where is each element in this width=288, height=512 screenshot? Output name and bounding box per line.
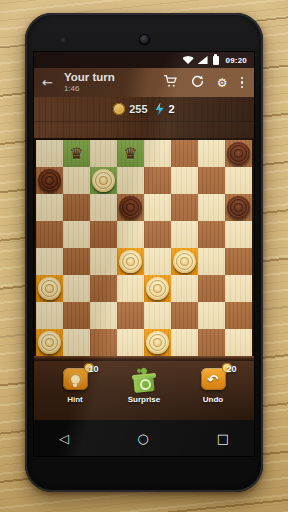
back-arrow-button[interactable]: ←	[42, 76, 53, 89]
page-title: Your turn	[64, 72, 115, 84]
hint-cost: 10	[89, 364, 99, 374]
shop-cart-icon[interactable]	[163, 74, 178, 92]
nav-recents-button[interactable]: □	[217, 432, 229, 445]
dark-piece[interactable]	[227, 196, 250, 219]
cell-r2c3[interactable]	[90, 167, 117, 194]
cell-r4c8[interactable]	[225, 221, 252, 248]
cell-r4c4[interactable]	[117, 221, 144, 248]
cell-r8c8[interactable]	[225, 329, 252, 356]
light-piece[interactable]	[146, 277, 169, 300]
cell-r6c4[interactable]	[117, 275, 144, 302]
cell-r6c6[interactable]	[171, 275, 198, 302]
cell-r5c5[interactable]	[144, 248, 171, 275]
light-piece[interactable]	[92, 169, 115, 192]
battery-icon	[213, 56, 219, 65]
cell-r2c6[interactable]	[171, 167, 198, 194]
hint-label: Hint	[67, 395, 83, 404]
undo-cost: 20	[227, 364, 237, 374]
cell-r6c1[interactable]	[36, 275, 63, 302]
cell-r5c4[interactable]	[117, 248, 144, 275]
cell-r6c5[interactable]	[144, 275, 171, 302]
cell-r5c6[interactable]	[171, 248, 198, 275]
cell-r1c5[interactable]	[144, 140, 171, 167]
dark-piece[interactable]	[38, 169, 61, 192]
wallet-row: 255 2	[34, 97, 254, 122]
cell-r3c5[interactable]	[144, 194, 171, 221]
cell-r2c2[interactable]	[63, 167, 90, 194]
surprise-gift-button[interactable]	[131, 368, 157, 392]
cell-r4c2[interactable]	[63, 221, 90, 248]
cell-r2c7[interactable]	[198, 167, 225, 194]
cell-r3c8[interactable]	[225, 194, 252, 221]
cell-r8c1[interactable]	[36, 329, 63, 356]
front-camera	[140, 35, 149, 44]
cell-r8c5[interactable]	[144, 329, 171, 356]
cell-r8c7[interactable]	[198, 329, 225, 356]
cell-r1c2[interactable]: ♛	[63, 140, 90, 167]
cell-r2c8[interactable]	[225, 167, 252, 194]
cell-r2c5[interactable]	[144, 167, 171, 194]
checkers-board: ♛♛	[36, 140, 252, 356]
hint-button[interactable]	[63, 368, 88, 390]
table-wood-strip	[34, 122, 254, 140]
signal-icon	[198, 56, 208, 64]
phone-frame: 09:20 ← Your turn 1:46	[25, 13, 263, 492]
cell-r8c3[interactable]	[90, 329, 117, 356]
cell-r6c7[interactable]	[198, 275, 225, 302]
settings-gear-icon[interactable]: ⚙	[217, 77, 228, 89]
cell-r1c7[interactable]	[198, 140, 225, 167]
undo-arrow-icon: ↶	[208, 373, 219, 386]
cell-r3c1[interactable]	[36, 194, 63, 221]
clock-text: 09:20	[226, 56, 247, 65]
cell-r7c5[interactable]	[144, 302, 171, 329]
nav-home-button[interactable]: ○	[137, 432, 148, 445]
cell-r5c8[interactable]	[225, 248, 252, 275]
energy-balance: 2	[169, 103, 175, 115]
cell-r7c2[interactable]	[63, 302, 90, 329]
crown-promotion-icon: ♛	[123, 146, 137, 162]
light-piece[interactable]	[38, 331, 61, 354]
cell-r6c3[interactable]	[90, 275, 117, 302]
cell-r5c3[interactable]	[90, 248, 117, 275]
proximity-sensor	[61, 38, 65, 42]
app-bar: ← Your turn 1:46	[34, 68, 254, 97]
cell-r7c1[interactable]	[36, 302, 63, 329]
cell-r4c5[interactable]	[144, 221, 171, 248]
light-piece[interactable]	[173, 250, 196, 273]
coin-icon	[113, 103, 125, 115]
energy-bolt-icon	[155, 103, 165, 116]
cell-r2c4[interactable]	[117, 167, 144, 194]
undo-label: Undo	[203, 395, 223, 404]
title-block: Your turn 1:46	[64, 72, 115, 94]
wifi-icon	[183, 56, 194, 64]
status-bar: 09:20	[34, 52, 254, 68]
cell-r7c7[interactable]	[198, 302, 225, 329]
undo-button[interactable]: ↶	[201, 368, 226, 390]
dark-piece[interactable]	[119, 196, 142, 219]
overflow-menu-icon[interactable]	[241, 77, 244, 89]
hint-action: 10 Hint	[48, 368, 102, 420]
coin-balance: 255	[129, 103, 147, 115]
cell-r6c8[interactable]	[225, 275, 252, 302]
light-piece[interactable]	[119, 250, 142, 273]
cell-r6c2[interactable]	[63, 275, 90, 302]
cell-r1c3[interactable]	[90, 140, 117, 167]
cell-r5c7[interactable]	[198, 248, 225, 275]
cell-r7c6[interactable]	[171, 302, 198, 329]
cell-r4c3[interactable]	[90, 221, 117, 248]
cell-r7c8[interactable]	[225, 302, 252, 329]
cell-r1c8[interactable]	[225, 140, 252, 167]
cell-r8c4[interactable]	[117, 329, 144, 356]
move-timer: 1:46	[64, 85, 115, 93]
cell-r4c6[interactable]	[171, 221, 198, 248]
cell-r7c4[interactable]	[117, 302, 144, 329]
cell-r8c2[interactable]	[63, 329, 90, 356]
cell-r3c4[interactable]	[117, 194, 144, 221]
nav-back-button[interactable]: ◁	[59, 432, 69, 445]
cell-r5c1[interactable]	[36, 248, 63, 275]
cell-r2c1[interactable]	[36, 167, 63, 194]
cell-r3c3[interactable]	[90, 194, 117, 221]
cell-r8c6[interactable]	[171, 329, 198, 356]
undo-action: ↶ 20 Undo	[186, 368, 240, 420]
surprise-label: Surprise	[128, 395, 160, 404]
restart-icon[interactable]	[191, 74, 204, 92]
cell-r3c7[interactable]	[198, 194, 225, 221]
cell-r4c7[interactable]	[198, 221, 225, 248]
cell-r3c2[interactable]	[63, 194, 90, 221]
surprise-action: Surprise	[117, 368, 171, 420]
cell-r5c2[interactable]	[63, 248, 90, 275]
cell-r4c1[interactable]	[36, 221, 63, 248]
lightbulb-icon	[71, 375, 80, 384]
dark-piece[interactable]	[227, 142, 250, 165]
action-bar: 10 Hint Surprise	[34, 361, 254, 420]
screenshot: 09:20 ← Your turn 1:46	[0, 0, 288, 512]
crown-promotion-icon: ♛	[69, 146, 83, 162]
android-nav-bar: ◁ ○ □	[34, 420, 254, 456]
cell-r3c6[interactable]	[171, 194, 198, 221]
cell-r1c6[interactable]	[171, 140, 198, 167]
light-piece[interactable]	[146, 331, 169, 354]
cell-r7c3[interactable]	[90, 302, 117, 329]
cell-r1c1[interactable]	[36, 140, 63, 167]
cell-r1c4[interactable]: ♛	[117, 140, 144, 167]
phone-screen: 09:20 ← Your turn 1:46	[34, 52, 254, 456]
light-piece[interactable]	[38, 277, 61, 300]
